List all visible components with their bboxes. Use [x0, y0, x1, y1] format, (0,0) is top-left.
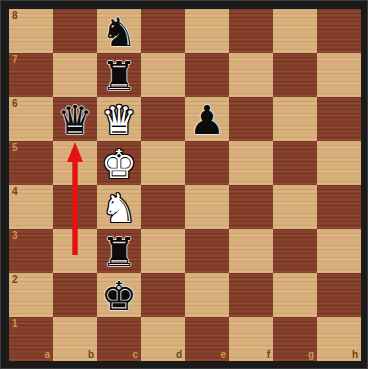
piece-black-pawn[interactable]: ♟: [185, 97, 229, 141]
rank-label-4: 4: [12, 186, 18, 197]
file-label-a: a: [44, 349, 50, 360]
square-f7[interactable]: [229, 53, 273, 97]
square-g2[interactable]: [273, 273, 317, 317]
file-label-h: h: [352, 349, 358, 360]
square-c6[interactable]: ♛: [97, 97, 141, 141]
square-c8[interactable]: ♞: [97, 9, 141, 53]
piece-black-rook[interactable]: ♜: [97, 53, 141, 97]
rank-label-3: 3: [12, 230, 18, 241]
rank-label-7: 7: [12, 54, 18, 65]
square-h7[interactable]: [317, 53, 361, 97]
square-a2[interactable]: 2: [9, 273, 53, 317]
square-d8[interactable]: [141, 9, 185, 53]
square-b2[interactable]: [53, 273, 97, 317]
square-d6[interactable]: [141, 97, 185, 141]
square-a8[interactable]: 8: [9, 9, 53, 53]
square-g5[interactable]: [273, 141, 317, 185]
square-e8[interactable]: [185, 9, 229, 53]
square-h8[interactable]: [317, 9, 361, 53]
square-h6[interactable]: [317, 97, 361, 141]
square-e5[interactable]: [185, 141, 229, 185]
square-f4[interactable]: [229, 185, 273, 229]
square-d7[interactable]: [141, 53, 185, 97]
chess-board: 8♞7♜6♛♛♟5♚4♞3♜2♚1abcdefgh: [9, 9, 361, 361]
square-f2[interactable]: [229, 273, 273, 317]
square-f3[interactable]: [229, 229, 273, 273]
file-label-g: g: [308, 349, 314, 360]
square-e2[interactable]: [185, 273, 229, 317]
square-h2[interactable]: [317, 273, 361, 317]
piece-white-knight[interactable]: ♞: [97, 185, 141, 229]
square-d1[interactable]: d: [141, 317, 185, 361]
square-c5[interactable]: ♚: [97, 141, 141, 185]
square-c3[interactable]: ♜: [97, 229, 141, 273]
square-e4[interactable]: [185, 185, 229, 229]
square-d3[interactable]: [141, 229, 185, 273]
square-a5[interactable]: 5: [9, 141, 53, 185]
square-f8[interactable]: [229, 9, 273, 53]
square-b5[interactable]: [53, 141, 97, 185]
square-b6[interactable]: ♛: [53, 97, 97, 141]
square-a4[interactable]: 4: [9, 185, 53, 229]
file-label-f: f: [267, 349, 270, 360]
square-g3[interactable]: [273, 229, 317, 273]
square-g1[interactable]: g: [273, 317, 317, 361]
square-h3[interactable]: [317, 229, 361, 273]
square-c2[interactable]: ♚: [97, 273, 141, 317]
square-g8[interactable]: [273, 9, 317, 53]
square-f1[interactable]: f: [229, 317, 273, 361]
square-d2[interactable]: [141, 273, 185, 317]
piece-black-king[interactable]: ♚: [97, 273, 141, 317]
square-d4[interactable]: [141, 185, 185, 229]
square-b7[interactable]: [53, 53, 97, 97]
square-h4[interactable]: [317, 185, 361, 229]
piece-black-rook[interactable]: ♜: [97, 229, 141, 273]
rank-label-5: 5: [12, 142, 18, 153]
file-label-d: d: [176, 349, 182, 360]
square-g7[interactable]: [273, 53, 317, 97]
piece-white-king[interactable]: ♚: [97, 141, 141, 185]
square-e3[interactable]: [185, 229, 229, 273]
piece-black-knight[interactable]: ♞: [97, 9, 141, 53]
square-b1[interactable]: b: [53, 317, 97, 361]
square-e6[interactable]: ♟: [185, 97, 229, 141]
rank-label-1: 1: [12, 318, 18, 329]
piece-white-queen[interactable]: ♛: [97, 97, 141, 141]
square-c1[interactable]: c: [97, 317, 141, 361]
square-h5[interactable]: [317, 141, 361, 185]
square-a7[interactable]: 7: [9, 53, 53, 97]
square-b3[interactable]: [53, 229, 97, 273]
square-d5[interactable]: [141, 141, 185, 185]
file-label-b: b: [88, 349, 94, 360]
square-f6[interactable]: [229, 97, 273, 141]
square-b4[interactable]: [53, 185, 97, 229]
file-label-e: e: [220, 349, 226, 360]
square-e1[interactable]: e: [185, 317, 229, 361]
square-c7[interactable]: ♜: [97, 53, 141, 97]
square-f5[interactable]: [229, 141, 273, 185]
rank-label-6: 6: [12, 98, 18, 109]
square-a3[interactable]: 3: [9, 229, 53, 273]
file-label-c: c: [132, 349, 138, 360]
square-h1[interactable]: h: [317, 317, 361, 361]
square-b8[interactable]: [53, 9, 97, 53]
board-frame: 8♞7♜6♛♛♟5♚4♞3♜2♚1abcdefgh: [0, 0, 368, 369]
square-g6[interactable]: [273, 97, 317, 141]
square-c4[interactable]: ♞: [97, 185, 141, 229]
rank-label-8: 8: [12, 10, 18, 21]
rank-label-2: 2: [12, 274, 18, 285]
square-e7[interactable]: [185, 53, 229, 97]
square-a6[interactable]: 6: [9, 97, 53, 141]
square-g4[interactable]: [273, 185, 317, 229]
square-a1[interactable]: 1a: [9, 317, 53, 361]
piece-black-queen[interactable]: ♛: [53, 97, 97, 141]
